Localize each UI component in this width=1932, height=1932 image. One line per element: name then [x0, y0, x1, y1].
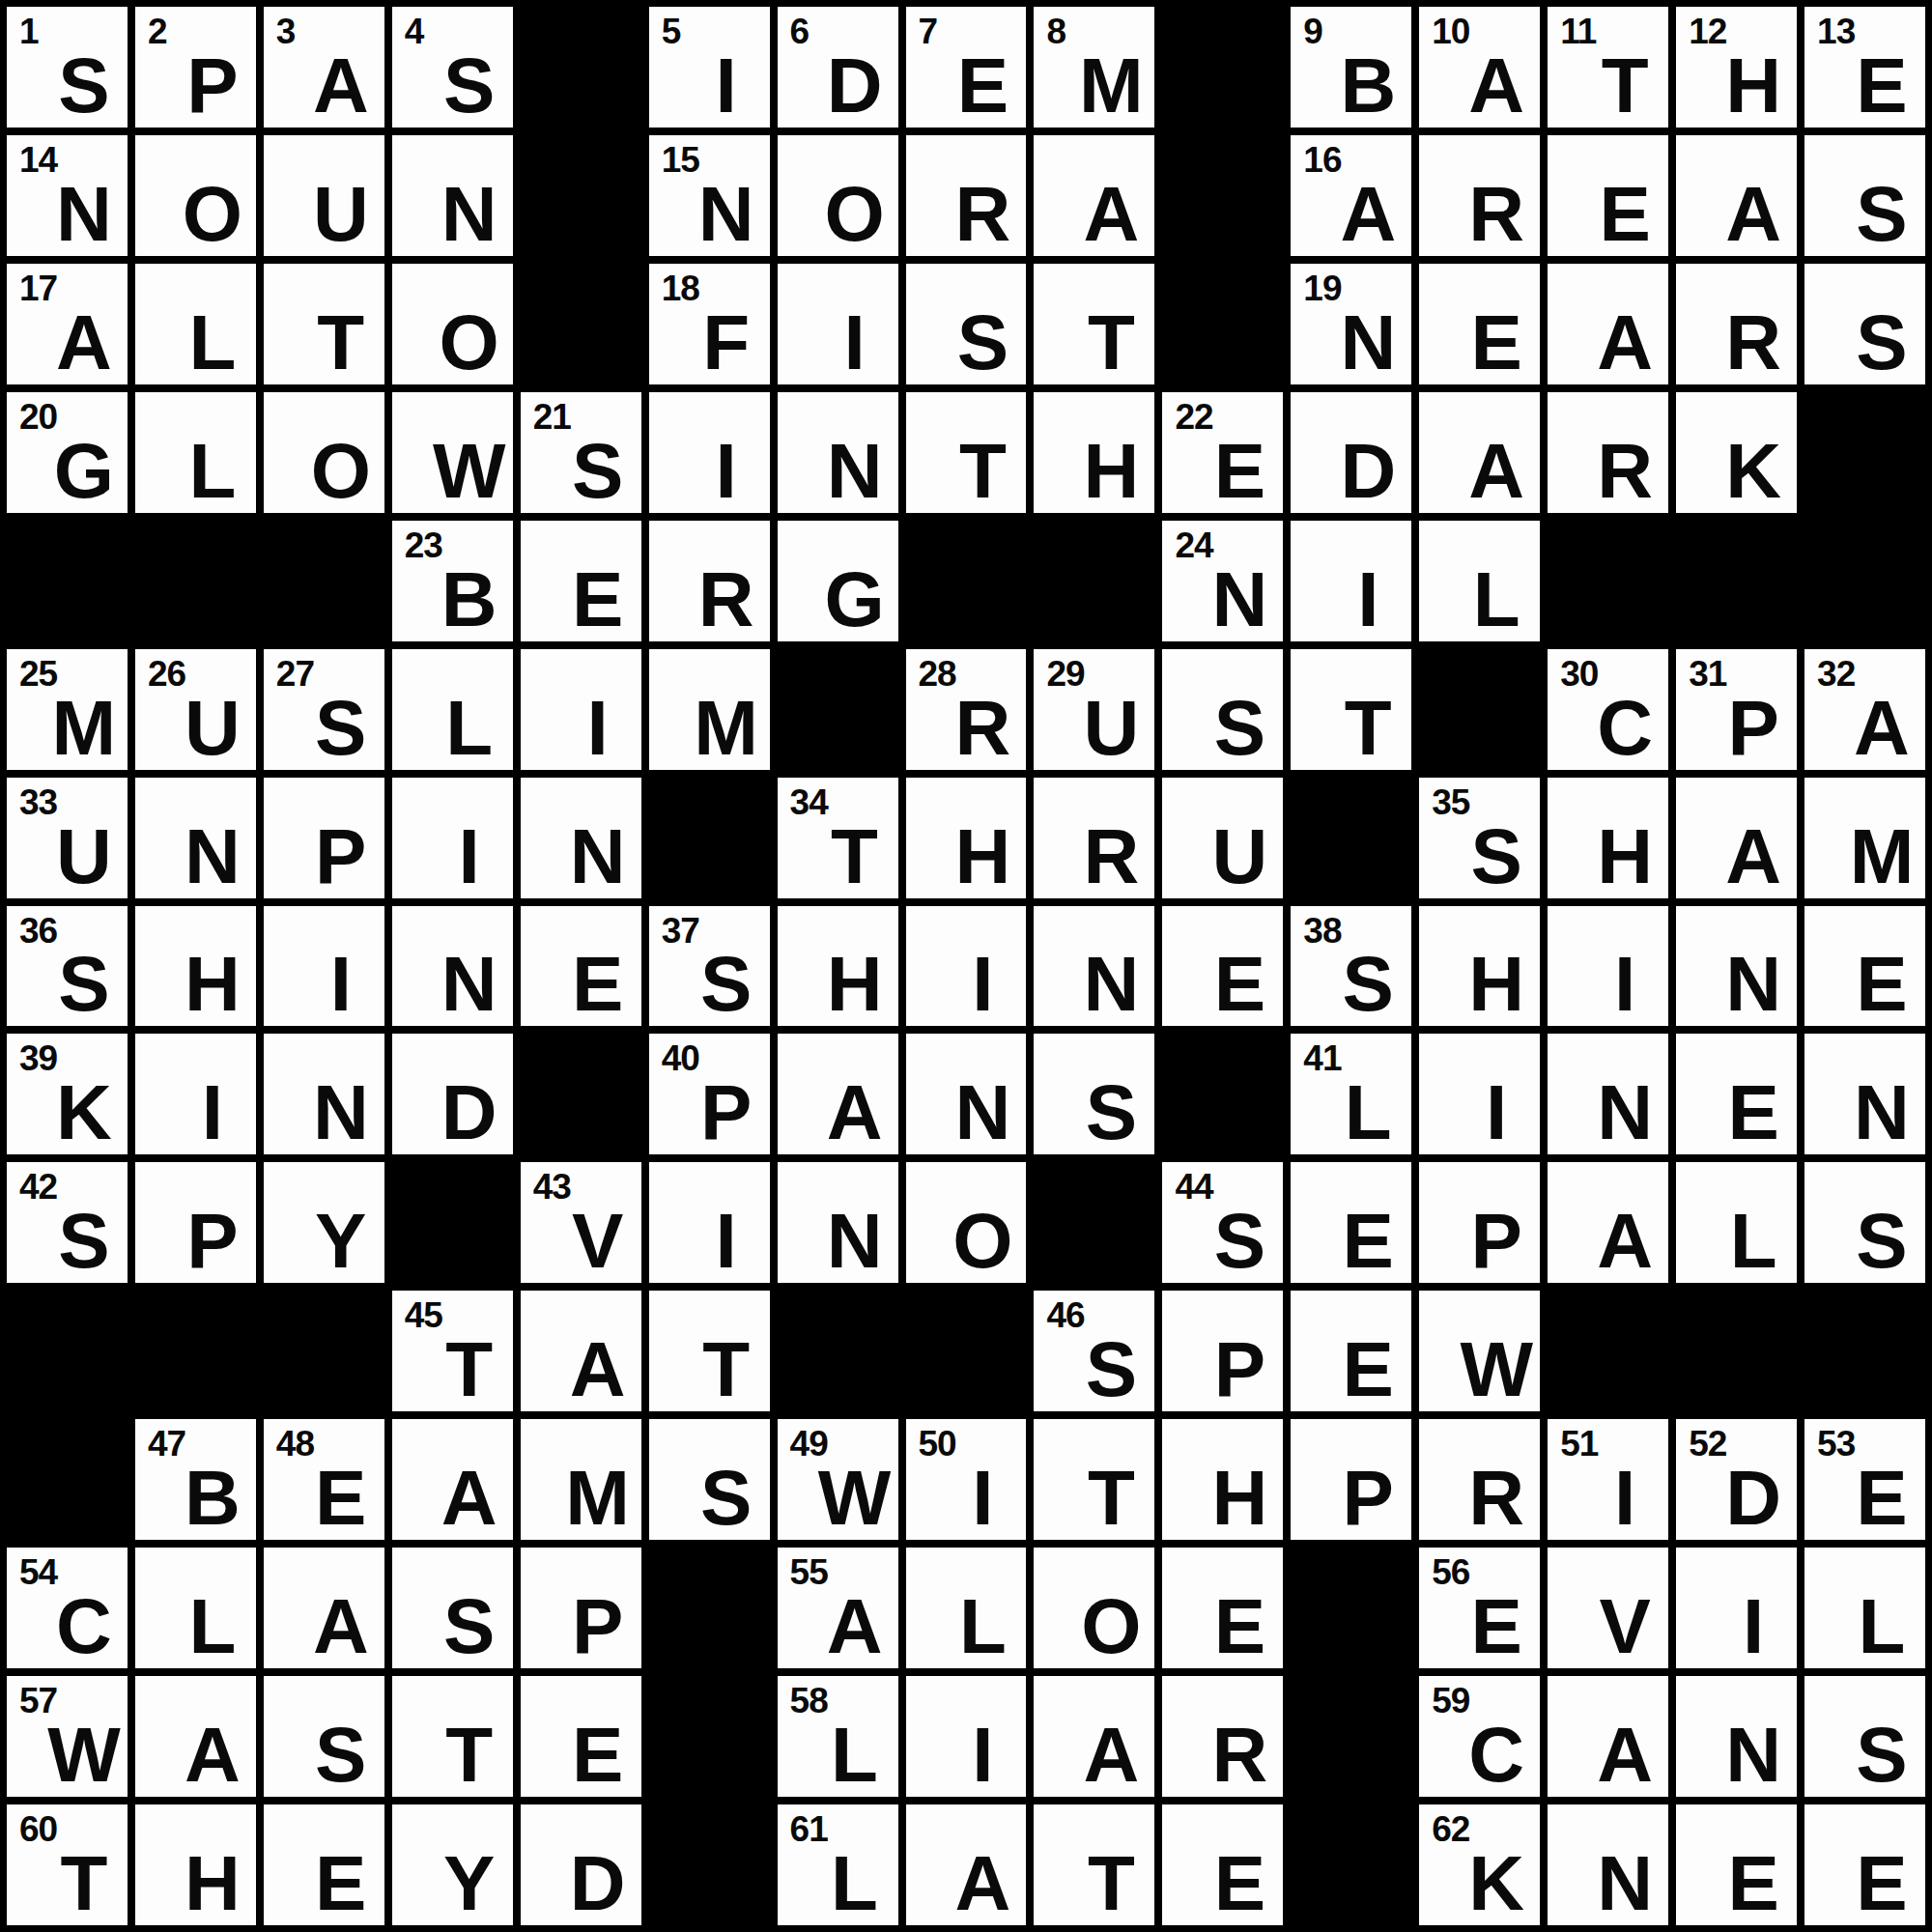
cell-r9c14[interactable]: E	[1676, 1034, 1797, 1154]
cell-r7c8[interactable]: H	[906, 778, 1027, 898]
cell-r14c13[interactable]: A	[1548, 1676, 1668, 1797]
cell-r2c11[interactable]: 16A	[1291, 135, 1411, 256]
cell-r15c10[interactable]: E	[1162, 1804, 1283, 1925]
cell-r14c9[interactable]: A	[1034, 1676, 1154, 1797]
cell-r15c15[interactable]: E	[1804, 1804, 1925, 1925]
cell-letter: E	[1202, 1845, 1277, 1922]
cell-r9c11[interactable]: 41L	[1291, 1034, 1411, 1154]
cell-r13c3[interactable]: A	[264, 1548, 384, 1668]
clue-number: 39	[19, 1040, 57, 1076]
cell-letter: I	[1587, 1460, 1662, 1537]
cell-r9c3[interactable]: N	[264, 1034, 384, 1154]
cell-r4c3[interactable]: O	[264, 392, 384, 513]
cell-r4c4[interactable]: W	[392, 392, 513, 513]
cell-letter: D	[1330, 433, 1406, 510]
cell-letter: I	[689, 1203, 764, 1280]
cell-letter: S	[1202, 1203, 1277, 1280]
cell-letter: E	[1459, 1588, 1534, 1665]
cell-r13c4[interactable]: S	[392, 1548, 513, 1668]
cell-letter: S	[46, 1203, 122, 1280]
cell-r10c5[interactable]: 43V	[521, 1162, 641, 1283]
cell-r5c5[interactable]: E	[521, 521, 641, 641]
cell-r11c6[interactable]: T	[649, 1291, 770, 1411]
cell-letter: T	[945, 433, 1020, 510]
cell-r10c1[interactable]: 42S	[7, 1162, 128, 1283]
cell-r8c11[interactable]: 38S	[1291, 906, 1411, 1027]
cell-r14c15[interactable]: S	[1804, 1676, 1925, 1797]
cell-r6c2[interactable]: 26U	[135, 649, 256, 770]
clue-number: 5	[662, 14, 681, 49]
clue-number: 4	[405, 14, 424, 49]
clue-number: 26	[148, 656, 185, 692]
cell-letter: R	[1716, 304, 1791, 382]
cell-r9c9[interactable]: S	[1034, 1034, 1154, 1154]
cell-r2c7[interactable]: O	[778, 135, 898, 256]
cell-r4c11[interactable]: D	[1291, 392, 1411, 513]
cell-letter: I	[560, 690, 636, 767]
cell-r1c3[interactable]: 3A	[264, 7, 384, 128]
cell-r6c14[interactable]: 31P	[1676, 649, 1797, 770]
black-cell-r11c13	[1548, 1291, 1668, 1411]
cell-r2c1[interactable]: 14N	[7, 135, 128, 256]
cell-r8c9[interactable]: N	[1034, 906, 1154, 1027]
cell-letter: H	[1587, 818, 1662, 895]
cell-letter: R	[1073, 818, 1149, 895]
cell-r13c10[interactable]: E	[1162, 1548, 1283, 1668]
cell-r10c8[interactable]: O	[906, 1162, 1027, 1283]
cell-r9c8[interactable]: N	[906, 1034, 1027, 1154]
cell-r13c7[interactable]: 55A	[778, 1548, 898, 1668]
cell-r12c15[interactable]: 53E	[1804, 1419, 1925, 1540]
cell-r4c7[interactable]: N	[778, 392, 898, 513]
cell-letter: H	[175, 946, 250, 1023]
cell-letter: S	[1073, 1074, 1149, 1151]
cell-letter: P	[1330, 1460, 1406, 1537]
cell-r8c4[interactable]: N	[392, 906, 513, 1027]
cell-r12c9[interactable]: T	[1034, 1419, 1154, 1540]
cell-r3c11[interactable]: 19N	[1291, 264, 1411, 384]
cell-r14c10[interactable]: R	[1162, 1676, 1283, 1797]
cell-r4c5[interactable]: 21S	[521, 392, 641, 513]
cell-r4c13[interactable]: R	[1548, 392, 1668, 513]
cell-letter: T	[303, 304, 379, 382]
cell-r10c15[interactable]: S	[1804, 1162, 1925, 1283]
clue-number: 8	[1046, 14, 1065, 49]
cell-r15c13[interactable]: N	[1548, 1804, 1668, 1925]
cell-r12c3[interactable]: 48E	[264, 1419, 384, 1540]
black-cell-r14c11	[1291, 1676, 1411, 1797]
cell-r7c15[interactable]: M	[1804, 778, 1925, 898]
cell-r11c11[interactable]: E	[1291, 1291, 1411, 1411]
cell-r12c2[interactable]: 47B	[135, 1419, 256, 1540]
clue-number: 14	[19, 142, 57, 178]
black-cell-r1c10	[1162, 7, 1283, 128]
cell-r7c4[interactable]: I	[392, 778, 513, 898]
cell-r7c14[interactable]: A	[1676, 778, 1797, 898]
cell-r12c11[interactable]: P	[1291, 1419, 1411, 1540]
cell-r11c5[interactable]: A	[521, 1291, 641, 1411]
cell-r10c14[interactable]: L	[1676, 1162, 1797, 1283]
cell-r12c10[interactable]: H	[1162, 1419, 1283, 1540]
cell-letter: D	[432, 1074, 507, 1151]
black-cell-r15c11	[1291, 1804, 1411, 1925]
cell-r12c4[interactable]: A	[392, 1419, 513, 1540]
cell-r11c12[interactable]: W	[1419, 1291, 1540, 1411]
cell-r3c6[interactable]: 18F	[649, 264, 770, 384]
cell-r11c9[interactable]: 46S	[1034, 1291, 1154, 1411]
cell-r9c13[interactable]: N	[1548, 1034, 1668, 1154]
cell-r15c9[interactable]: T	[1034, 1804, 1154, 1925]
cell-r14c4[interactable]: T	[392, 1676, 513, 1797]
cell-letter: S	[689, 1460, 764, 1537]
cell-letter: O	[432, 304, 507, 382]
cell-r7c13[interactable]: H	[1548, 778, 1668, 898]
cell-r14c12[interactable]: 59C	[1419, 1676, 1540, 1797]
cell-r10c3[interactable]: Y	[264, 1162, 384, 1283]
clue-number: 59	[1432, 1683, 1469, 1719]
cell-r13c14[interactable]: I	[1676, 1548, 1797, 1668]
cell-r1c7[interactable]: 6D	[778, 7, 898, 128]
cell-r9c6[interactable]: 40P	[649, 1034, 770, 1154]
cell-r2c12[interactable]: R	[1419, 135, 1540, 256]
cell-letter: I	[1716, 1588, 1791, 1665]
cell-r7c5[interactable]: N	[521, 778, 641, 898]
clue-number: 47	[148, 1426, 185, 1462]
cell-r2c3[interactable]: U	[264, 135, 384, 256]
cell-letter: A	[432, 1460, 507, 1537]
cell-r1c12[interactable]: 10A	[1419, 7, 1540, 128]
cell-letter: L	[817, 1717, 893, 1794]
cell-r14c14[interactable]: N	[1676, 1676, 1797, 1797]
cell-letter: L	[175, 433, 250, 510]
cell-r8c10[interactable]: E	[1162, 906, 1283, 1027]
black-cell-r5c13	[1548, 521, 1668, 641]
cell-r8c7[interactable]: H	[778, 906, 898, 1027]
cell-letter: O	[1073, 1588, 1149, 1665]
cell-r6c8[interactable]: 28R	[906, 649, 1027, 770]
black-cell-r3c5	[521, 264, 641, 384]
cell-letter: D	[560, 1845, 636, 1922]
cell-r8c5[interactable]: E	[521, 906, 641, 1027]
cell-letter: P	[175, 47, 250, 125]
cell-r6c15[interactable]: 32A	[1804, 649, 1925, 770]
cell-letter: H	[1716, 47, 1791, 125]
cell-letter: N	[432, 946, 507, 1023]
cell-letter: N	[46, 176, 122, 253]
cell-r12c14[interactable]: 52D	[1676, 1419, 1797, 1540]
cell-letter: K	[46, 1074, 122, 1151]
cell-r10c12[interactable]: P	[1419, 1162, 1540, 1283]
black-cell-r9c5	[521, 1034, 641, 1154]
cell-r4c2[interactable]: L	[135, 392, 256, 513]
cell-letter: I	[432, 818, 507, 895]
cell-r15c2[interactable]: H	[135, 1804, 256, 1925]
cell-r10c10[interactable]: 44S	[1162, 1162, 1283, 1283]
cell-r1c2[interactable]: 2P	[135, 7, 256, 128]
cell-r9c2[interactable]: I	[135, 1034, 256, 1154]
cell-r10c13[interactable]: A	[1548, 1162, 1668, 1283]
clue-number: 27	[276, 656, 314, 692]
cell-r14c2[interactable]: A	[135, 1676, 256, 1797]
cell-letter: M	[46, 690, 122, 767]
clue-number: 28	[919, 656, 956, 692]
clue-number: 20	[19, 399, 57, 435]
cell-letter: B	[1330, 47, 1406, 125]
cell-r8c2[interactable]: H	[135, 906, 256, 1027]
clue-number: 29	[1046, 656, 1084, 692]
clue-number: 58	[790, 1683, 828, 1719]
cell-r1c14[interactable]: 12H	[1676, 7, 1797, 128]
cell-letter: K	[1459, 1845, 1534, 1922]
cell-r4c14[interactable]: K	[1676, 392, 1797, 513]
cell-r7c9[interactable]: R	[1034, 778, 1154, 898]
cell-r6c13[interactable]: 30C	[1548, 649, 1668, 770]
cell-r15c3[interactable]: E	[264, 1804, 384, 1925]
cell-letter: E	[1844, 1460, 1919, 1537]
cell-r13c5[interactable]: P	[521, 1548, 641, 1668]
cell-r5c10[interactable]: 24N	[1162, 521, 1283, 641]
cell-r7c12[interactable]: 35S	[1419, 778, 1540, 898]
cell-r13c9[interactable]: O	[1034, 1548, 1154, 1668]
cell-r11c10[interactable]: P	[1162, 1291, 1283, 1411]
cell-letter: P	[560, 1588, 636, 1665]
cell-letter: S	[1844, 304, 1919, 382]
cell-r12c13[interactable]: 51I	[1548, 1419, 1668, 1540]
clue-number: 35	[1432, 784, 1469, 820]
cell-r1c8[interactable]: 7E	[906, 7, 1027, 128]
cell-r10c7[interactable]: N	[778, 1162, 898, 1283]
cell-r12c8[interactable]: 50I	[906, 1419, 1027, 1540]
cell-r6c4[interactable]: L	[392, 649, 513, 770]
cell-letter: B	[175, 1460, 250, 1537]
cell-r2c8[interactable]: R	[906, 135, 1027, 256]
cell-r4c1[interactable]: 20G	[7, 392, 128, 513]
cell-r3c12[interactable]: E	[1419, 264, 1540, 384]
cell-r15c7[interactable]: 61L	[778, 1804, 898, 1925]
cell-letter: W	[1459, 1331, 1534, 1408]
cell-r7c10[interactable]: U	[1162, 778, 1283, 898]
cell-r1c13[interactable]: 11T	[1548, 7, 1668, 128]
cell-r5c7[interactable]: G	[778, 521, 898, 641]
cell-r6c11[interactable]: T	[1291, 649, 1411, 770]
cell-letter: L	[175, 304, 250, 382]
cell-letter: N	[560, 818, 636, 895]
cell-r6c6[interactable]: M	[649, 649, 770, 770]
cell-r3c8[interactable]: S	[906, 264, 1027, 384]
cell-r14c8[interactable]: I	[906, 1676, 1027, 1797]
cell-r6c3[interactable]: 27S	[264, 649, 384, 770]
cell-r13c8[interactable]: L	[906, 1548, 1027, 1668]
cell-r3c14[interactable]: R	[1676, 264, 1797, 384]
cell-r9c1[interactable]: 39K	[7, 1034, 128, 1154]
black-cell-r15c6	[649, 1804, 770, 1925]
cell-letter: E	[1202, 946, 1277, 1023]
cell-r8c14[interactable]: N	[1676, 906, 1797, 1027]
black-cell-r5c9	[1034, 521, 1154, 641]
cell-r8c13[interactable]: I	[1548, 906, 1668, 1027]
cell-r14c5[interactable]: E	[521, 1676, 641, 1797]
cell-letter: N	[689, 176, 764, 253]
cell-letter: C	[1587, 690, 1662, 767]
cell-r1c6[interactable]: 5I	[649, 7, 770, 128]
black-cell-r13c6	[649, 1548, 770, 1668]
cell-r9c15[interactable]: N	[1804, 1034, 1925, 1154]
cell-r10c6[interactable]: I	[649, 1162, 770, 1283]
cell-letter: L	[432, 690, 507, 767]
clue-number: 19	[1303, 270, 1341, 306]
cell-r13c1[interactable]: 54C	[7, 1548, 128, 1668]
cell-r10c11[interactable]: E	[1291, 1162, 1411, 1283]
cell-r9c7[interactable]: A	[778, 1034, 898, 1154]
cell-r3c4[interactable]: O	[392, 264, 513, 384]
cell-r6c10[interactable]: S	[1162, 649, 1283, 770]
cell-r8c1[interactable]: 36S	[7, 906, 128, 1027]
cell-r14c1[interactable]: 57W	[7, 1676, 128, 1797]
cell-r13c2[interactable]: L	[135, 1548, 256, 1668]
cell-r12c6[interactable]: S	[649, 1419, 770, 1540]
cell-letter: I	[945, 1460, 1020, 1537]
cell-letter: E	[1330, 1203, 1406, 1280]
cell-letter: H	[1202, 1460, 1277, 1537]
cell-r8c8[interactable]: I	[906, 906, 1027, 1027]
cell-letter: G	[817, 561, 893, 639]
cell-letter: A	[303, 47, 379, 125]
cell-r15c1[interactable]: 60T	[7, 1804, 128, 1925]
cell-r1c15[interactable]: 13E	[1804, 7, 1925, 128]
cell-letter: A	[945, 1845, 1020, 1922]
cell-r3c15[interactable]: S	[1804, 264, 1925, 384]
cell-r7c7[interactable]: 34T	[778, 778, 898, 898]
cell-r10c2[interactable]: P	[135, 1162, 256, 1283]
cell-r1c4[interactable]: 4S	[392, 7, 513, 128]
clue-number: 56	[1432, 1554, 1469, 1590]
clue-number: 44	[1175, 1169, 1212, 1205]
cell-r3c1[interactable]: 17A	[7, 264, 128, 384]
black-cell-r2c10	[1162, 135, 1283, 256]
cell-r11c4[interactable]: 45T	[392, 1291, 513, 1411]
cell-r2c14[interactable]: A	[1676, 135, 1797, 256]
cell-r3c7[interactable]: I	[778, 264, 898, 384]
cell-r5c4[interactable]: 23B	[392, 521, 513, 641]
black-cell-r5c14	[1676, 521, 1797, 641]
cell-r6c1[interactable]: 25M	[7, 649, 128, 770]
cell-letter: U	[1073, 690, 1149, 767]
cell-r4c6[interactable]: I	[649, 392, 770, 513]
cell-r4c8[interactable]: T	[906, 392, 1027, 513]
cell-r15c12[interactable]: 62K	[1419, 1804, 1540, 1925]
clue-number: 12	[1689, 14, 1726, 49]
cell-r8c12[interactable]: H	[1419, 906, 1540, 1027]
cell-r14c7[interactable]: 58L	[778, 1676, 898, 1797]
cell-letter: A	[1716, 176, 1791, 253]
cell-r5c11[interactable]: I	[1291, 521, 1411, 641]
cell-letter: I	[1587, 946, 1662, 1023]
black-cell-r11c14	[1676, 1291, 1797, 1411]
cell-letter: K	[1716, 433, 1791, 510]
cell-r15c14[interactable]: E	[1676, 1804, 1797, 1925]
cell-r8c3[interactable]: I	[264, 906, 384, 1027]
cell-r6c5[interactable]: I	[521, 649, 641, 770]
clue-number: 31	[1689, 656, 1726, 692]
cell-r4c9[interactable]: H	[1034, 392, 1154, 513]
cell-r1c11[interactable]: 9B	[1291, 7, 1411, 128]
cell-r6c9[interactable]: 29U	[1034, 649, 1154, 770]
cell-r3c13[interactable]: A	[1548, 264, 1668, 384]
cell-r7c2[interactable]: N	[135, 778, 256, 898]
cell-r2c15[interactable]: S	[1804, 135, 1925, 256]
cell-letter: N	[1716, 1717, 1791, 1794]
cell-letter: S	[1459, 818, 1534, 895]
black-cell-r7c6	[649, 778, 770, 898]
cell-r2c9[interactable]: A	[1034, 135, 1154, 256]
clue-number: 22	[1175, 399, 1212, 435]
cell-r3c2[interactable]: L	[135, 264, 256, 384]
cell-r9c4[interactable]: D	[392, 1034, 513, 1154]
clue-number: 23	[405, 527, 442, 563]
cell-r2c2[interactable]: O	[135, 135, 256, 256]
cell-r1c9[interactable]: 8M	[1034, 7, 1154, 128]
cell-r14c3[interactable]: S	[264, 1676, 384, 1797]
cell-r2c6[interactable]: 15N	[649, 135, 770, 256]
black-cell-r13c11	[1291, 1548, 1411, 1668]
cell-r13c15[interactable]: L	[1804, 1548, 1925, 1668]
cell-letter: U	[1202, 818, 1277, 895]
clue-number: 21	[533, 399, 571, 435]
cell-r13c13[interactable]: V	[1548, 1548, 1668, 1668]
cell-letter: T	[1587, 47, 1662, 125]
cell-r12c12[interactable]: R	[1419, 1419, 1540, 1540]
cell-letter: A	[1844, 690, 1919, 767]
cell-r8c6[interactable]: 37S	[649, 906, 770, 1027]
clue-number: 37	[662, 913, 699, 949]
cell-letter: W	[817, 1460, 893, 1537]
cell-letter: P	[303, 818, 379, 895]
cell-letter: S	[432, 1588, 507, 1665]
cell-r2c4[interactable]: N	[392, 135, 513, 256]
cell-letter: M	[689, 690, 764, 767]
cell-r5c6[interactable]: R	[649, 521, 770, 641]
cell-r5c12[interactable]: L	[1419, 521, 1540, 641]
cell-r1c1[interactable]: 1S	[7, 7, 128, 128]
cell-r4c10[interactable]: 22E	[1162, 392, 1283, 513]
cell-letter: E	[1330, 1331, 1406, 1408]
cell-r7c1[interactable]: 33U	[7, 778, 128, 898]
cell-r15c5[interactable]: D	[521, 1804, 641, 1925]
cell-r9c12[interactable]: I	[1419, 1034, 1540, 1154]
cell-letter: A	[1587, 304, 1662, 382]
cell-r12c7[interactable]: 49W	[778, 1419, 898, 1540]
cell-letter: S	[46, 47, 122, 125]
clue-number: 46	[1046, 1297, 1084, 1333]
cell-letter: V	[560, 1203, 636, 1280]
cell-letter: A	[1459, 47, 1534, 125]
cell-r8c15[interactable]: E	[1804, 906, 1925, 1027]
cell-r4c12[interactable]: A	[1419, 392, 1540, 513]
cell-r7c3[interactable]: P	[264, 778, 384, 898]
cell-r15c4[interactable]: Y	[392, 1804, 513, 1925]
cell-r3c3[interactable]: T	[264, 264, 384, 384]
cell-letter: M	[1073, 47, 1149, 125]
cell-r13c12[interactable]: 56E	[1419, 1548, 1540, 1668]
cell-r12c5[interactable]: M	[521, 1419, 641, 1540]
cell-letter: A	[560, 1331, 636, 1408]
black-cell-r5c1	[7, 521, 128, 641]
cell-r15c8[interactable]: A	[906, 1804, 1027, 1925]
cell-letter: P	[1459, 1203, 1534, 1280]
cell-letter: P	[689, 1074, 764, 1151]
cell-r3c9[interactable]: T	[1034, 264, 1154, 384]
cell-r2c13[interactable]: E	[1548, 135, 1668, 256]
